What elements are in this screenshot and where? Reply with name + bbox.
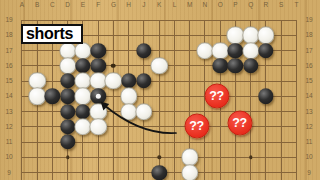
shorts-label-text: shorts: [26, 26, 73, 42]
go-video-frame[interactable]: ABCDEFGHJKLMNOPQRST191918181717161615151…: [0, 0, 320, 180]
shorts-label: shorts: [21, 24, 83, 44]
